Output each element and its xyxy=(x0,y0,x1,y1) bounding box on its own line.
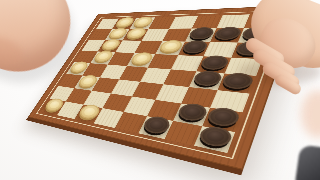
dark-object-bottom-right xyxy=(294,144,320,180)
table-surface xyxy=(0,0,320,180)
right-edge-blur xyxy=(301,90,320,138)
